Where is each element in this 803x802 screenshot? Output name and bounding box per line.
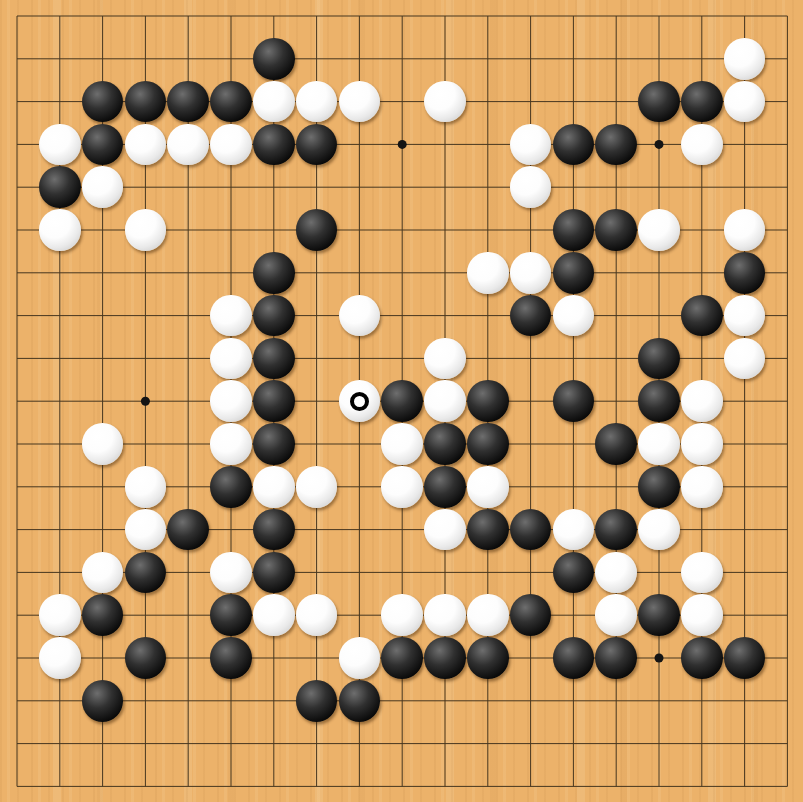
white-stone	[125, 124, 167, 166]
go-board[interactable]	[0, 0, 803, 802]
black-stone	[595, 209, 637, 251]
black-stone	[39, 166, 81, 208]
black-stone	[210, 466, 252, 508]
white-stone	[210, 338, 252, 380]
white-stone	[467, 466, 509, 508]
white-stone	[253, 594, 295, 636]
black-stone	[638, 594, 680, 636]
black-stone	[510, 594, 552, 636]
black-stone	[125, 637, 167, 679]
black-stone	[467, 380, 509, 422]
white-stone	[125, 209, 167, 251]
black-stone	[553, 252, 595, 294]
black-stone	[638, 338, 680, 380]
black-stone	[253, 380, 295, 422]
black-stone	[553, 637, 595, 679]
black-stone	[553, 209, 595, 251]
white-stone	[595, 594, 637, 636]
white-stone	[467, 594, 509, 636]
black-stone	[424, 423, 466, 465]
white-stone	[167, 124, 209, 166]
black-stone	[638, 466, 680, 508]
white-stone	[424, 338, 466, 380]
black-stone	[253, 423, 295, 465]
black-stone	[253, 295, 295, 337]
white-stone	[510, 166, 552, 208]
black-stone	[82, 680, 124, 722]
white-stone	[253, 466, 295, 508]
white-stone	[210, 423, 252, 465]
white-stone	[681, 552, 723, 594]
black-stone	[339, 680, 381, 722]
white-stone	[339, 637, 381, 679]
black-stone	[167, 81, 209, 123]
star-point	[655, 654, 664, 663]
white-stone	[424, 81, 466, 123]
white-stone	[296, 466, 338, 508]
white-stone	[339, 380, 381, 422]
black-stone	[638, 81, 680, 123]
white-stone	[681, 423, 723, 465]
white-stone	[724, 209, 766, 251]
black-stone	[253, 509, 295, 551]
white-stone	[724, 38, 766, 80]
white-stone	[638, 209, 680, 251]
white-stone	[638, 509, 680, 551]
white-stone	[510, 252, 552, 294]
black-stone	[724, 637, 766, 679]
black-stone	[253, 124, 295, 166]
black-stone	[595, 124, 637, 166]
white-stone	[681, 124, 723, 166]
black-stone	[595, 423, 637, 465]
white-stone	[82, 423, 124, 465]
black-stone	[467, 637, 509, 679]
white-stone	[681, 594, 723, 636]
black-stone	[253, 252, 295, 294]
black-stone	[253, 338, 295, 380]
black-stone	[210, 637, 252, 679]
white-stone	[210, 380, 252, 422]
white-stone	[424, 380, 466, 422]
white-stone	[210, 295, 252, 337]
black-stone	[424, 466, 466, 508]
white-stone	[210, 552, 252, 594]
black-stone	[210, 594, 252, 636]
white-stone	[424, 594, 466, 636]
white-stone	[82, 166, 124, 208]
white-stone	[381, 466, 423, 508]
black-stone	[167, 509, 209, 551]
black-stone	[381, 637, 423, 679]
white-stone	[296, 594, 338, 636]
black-stone	[210, 81, 252, 123]
star-point	[655, 140, 664, 149]
white-stone	[381, 594, 423, 636]
white-stone	[681, 380, 723, 422]
black-stone	[681, 637, 723, 679]
black-stone	[595, 637, 637, 679]
white-stone	[39, 209, 81, 251]
black-stone	[424, 637, 466, 679]
star-point	[141, 397, 150, 406]
black-stone	[681, 295, 723, 337]
white-stone	[39, 594, 81, 636]
white-stone	[467, 252, 509, 294]
black-stone	[253, 38, 295, 80]
black-stone	[553, 552, 595, 594]
black-stone	[467, 423, 509, 465]
white-stone	[681, 466, 723, 508]
black-stone	[681, 81, 723, 123]
black-stone	[125, 552, 167, 594]
black-stone	[553, 380, 595, 422]
white-stone	[253, 81, 295, 123]
black-stone	[467, 509, 509, 551]
star-point	[398, 140, 407, 149]
black-stone	[82, 594, 124, 636]
black-stone	[638, 380, 680, 422]
black-stone	[253, 552, 295, 594]
white-stone	[210, 124, 252, 166]
black-stone	[724, 252, 766, 294]
white-stone	[39, 124, 81, 166]
white-stone	[638, 423, 680, 465]
black-stone	[296, 209, 338, 251]
white-stone	[424, 509, 466, 551]
white-stone	[39, 637, 81, 679]
black-stone	[381, 380, 423, 422]
black-stone	[553, 124, 595, 166]
white-stone	[125, 466, 167, 508]
white-stone	[381, 423, 423, 465]
black-stone	[296, 680, 338, 722]
last-move-marker	[350, 392, 369, 411]
black-stone	[595, 509, 637, 551]
white-stone	[595, 552, 637, 594]
